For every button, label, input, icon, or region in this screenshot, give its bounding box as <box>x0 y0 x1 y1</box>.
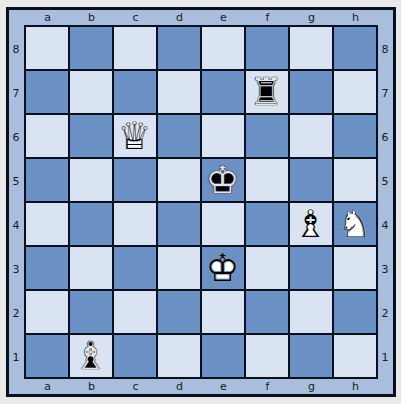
square-f1[interactable] <box>246 335 288 377</box>
square-f6[interactable] <box>246 115 288 157</box>
file-labels-bottom: abcdefgh <box>26 379 393 394</box>
square-g2[interactable] <box>290 291 332 333</box>
square-e6[interactable] <box>202 115 244 157</box>
square-d7[interactable] <box>158 71 200 113</box>
file-label-d: d <box>158 379 202 394</box>
file-label-g: g <box>290 379 334 394</box>
black-king-glyph-outline: ♔ <box>202 159 244 201</box>
file-label-e: e <box>202 10 246 25</box>
rank-labels-right: 87654321 <box>378 25 393 379</box>
rank-labels-left: 87654321 <box>9 25 24 379</box>
file-label-d: d <box>158 10 202 25</box>
piece-white-king-e3[interactable]: ♚♔ <box>202 247 244 289</box>
file-label-c: c <box>114 379 158 394</box>
rank-label-3: 3 <box>9 247 24 291</box>
rank-label-8: 8 <box>378 27 393 71</box>
file-label-h: h <box>334 379 378 394</box>
file-label-b: b <box>70 379 114 394</box>
piece-white-knight-h4[interactable]: ♞♘ <box>334 203 376 245</box>
square-c3[interactable] <box>114 247 156 289</box>
square-f8[interactable] <box>246 27 288 69</box>
square-b3[interactable] <box>70 247 112 289</box>
rank-label-6: 6 <box>9 115 24 159</box>
file-label-a: a <box>26 379 70 394</box>
file-label-f: f <box>246 10 290 25</box>
rank-label-4: 4 <box>378 203 393 247</box>
square-f3[interactable] <box>246 247 288 289</box>
rank-label-8: 8 <box>9 27 24 71</box>
white-king-glyph-outline: ♔ <box>202 247 244 289</box>
white-bishop-glyph-outline: ♗ <box>290 203 332 245</box>
square-c4[interactable] <box>114 203 156 245</box>
square-h4[interactable]: ♞♘ <box>334 203 376 245</box>
square-h8[interactable] <box>334 27 376 69</box>
square-b5[interactable] <box>70 159 112 201</box>
square-b7[interactable] <box>70 71 112 113</box>
file-label-e: e <box>202 379 246 394</box>
square-a5[interactable] <box>26 159 68 201</box>
square-h7[interactable] <box>334 71 376 113</box>
square-h1[interactable] <box>334 335 376 377</box>
piece-white-queen-c6[interactable]: ♛♕ <box>114 115 156 157</box>
square-d5[interactable] <box>158 159 200 201</box>
rank-label-6: 6 <box>378 115 393 159</box>
square-g1[interactable] <box>290 335 332 377</box>
square-d1[interactable] <box>158 335 200 377</box>
file-label-c: c <box>114 10 158 25</box>
piece-black-king-e5[interactable]: ♚♔ <box>202 159 244 201</box>
square-b1[interactable]: ♝♗ <box>70 335 112 377</box>
square-b2[interactable] <box>70 291 112 333</box>
square-c8[interactable] <box>114 27 156 69</box>
rank-label-2: 2 <box>9 291 24 335</box>
rank-label-4: 4 <box>9 203 24 247</box>
square-d8[interactable] <box>158 27 200 69</box>
file-label-a: a <box>26 10 70 25</box>
square-e2[interactable] <box>202 291 244 333</box>
rank-label-7: 7 <box>9 71 24 115</box>
square-c6[interactable]: ♛♕ <box>114 115 156 157</box>
square-a3[interactable] <box>26 247 68 289</box>
square-g7[interactable] <box>290 71 332 113</box>
board-grid: ♜♖♛♕♚♔♝♗♞♘♚♔♝♗ <box>24 25 378 379</box>
file-label-h: h <box>334 10 378 25</box>
square-f2[interactable] <box>246 291 288 333</box>
rank-label-1: 1 <box>9 335 24 379</box>
white-queen-glyph-outline: ♕ <box>114 115 156 157</box>
square-e5[interactable]: ♚♔ <box>202 159 244 201</box>
rank-label-5: 5 <box>378 159 393 203</box>
rank-label-5: 5 <box>9 159 24 203</box>
file-labels-top: abcdefgh <box>26 10 393 25</box>
square-a6[interactable] <box>26 115 68 157</box>
square-f5[interactable] <box>246 159 288 201</box>
square-c5[interactable] <box>114 159 156 201</box>
file-label-f: f <box>246 379 290 394</box>
square-a4[interactable] <box>26 203 68 245</box>
square-a7[interactable] <box>26 71 68 113</box>
rank-label-3: 3 <box>378 247 393 291</box>
square-a2[interactable] <box>26 291 68 333</box>
square-d2[interactable] <box>158 291 200 333</box>
piece-white-bishop-g4[interactable]: ♝♗ <box>290 203 332 245</box>
square-g6[interactable] <box>290 115 332 157</box>
piece-black-bishop-b1[interactable]: ♝♗ <box>70 335 112 377</box>
square-d3[interactable] <box>158 247 200 289</box>
square-f4[interactable] <box>246 203 288 245</box>
piece-black-rook-f7[interactable]: ♜♖ <box>246 71 288 113</box>
square-g5[interactable] <box>290 159 332 201</box>
file-label-g: g <box>290 10 334 25</box>
square-e4[interactable] <box>202 203 244 245</box>
square-h2[interactable] <box>334 291 376 333</box>
square-d4[interactable] <box>158 203 200 245</box>
rank-label-7: 7 <box>378 71 393 115</box>
square-b4[interactable] <box>70 203 112 245</box>
square-b6[interactable] <box>70 115 112 157</box>
square-b8[interactable] <box>70 27 112 69</box>
square-c7[interactable] <box>114 71 156 113</box>
square-e1[interactable] <box>202 335 244 377</box>
diagram-frame: abcdefgh 87654321 ♜♖♛♕♚♔♝♗♞♘♚♔♝♗ 8765432… <box>0 0 401 404</box>
square-h5[interactable] <box>334 159 376 201</box>
square-h3[interactable] <box>334 247 376 289</box>
black-bishop-glyph-outline: ♗ <box>70 335 112 377</box>
square-e7[interactable] <box>202 71 244 113</box>
square-c1[interactable] <box>114 335 156 377</box>
square-f7[interactable]: ♜♖ <box>246 71 288 113</box>
square-g8[interactable] <box>290 27 332 69</box>
chess-board: abcdefgh 87654321 ♜♖♛♕♚♔♝♗♞♘♚♔♝♗ 8765432… <box>6 7 396 397</box>
square-g4[interactable]: ♝♗ <box>290 203 332 245</box>
white-knight-glyph-outline: ♘ <box>334 203 376 245</box>
square-g3[interactable] <box>290 247 332 289</box>
square-h6[interactable] <box>334 115 376 157</box>
black-rook-glyph-outline: ♖ <box>246 71 288 113</box>
rank-label-1: 1 <box>378 335 393 379</box>
square-e3[interactable]: ♚♔ <box>202 247 244 289</box>
square-a8[interactable] <box>26 27 68 69</box>
rank-label-2: 2 <box>378 291 393 335</box>
square-a1[interactable] <box>26 335 68 377</box>
square-d6[interactable] <box>158 115 200 157</box>
square-c2[interactable] <box>114 291 156 333</box>
square-e8[interactable] <box>202 27 244 69</box>
file-label-b: b <box>70 10 114 25</box>
